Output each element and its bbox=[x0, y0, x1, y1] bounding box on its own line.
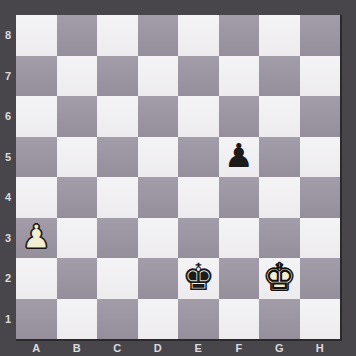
square-e6[interactable] bbox=[178, 96, 219, 137]
square-f4[interactable] bbox=[219, 177, 260, 218]
square-a1[interactable] bbox=[16, 299, 57, 340]
black-pawn[interactable]: ♟ bbox=[224, 139, 254, 172]
square-d7[interactable] bbox=[138, 56, 179, 97]
square-f5[interactable]: ♟ bbox=[219, 137, 260, 178]
square-d8[interactable] bbox=[138, 15, 179, 56]
file-label-b: B bbox=[57, 339, 98, 356]
black-king[interactable]: ♚ bbox=[182, 259, 215, 296]
square-h1[interactable] bbox=[300, 299, 341, 340]
rank-label-4: 4 bbox=[0, 177, 16, 218]
file-label-f: F bbox=[219, 339, 260, 356]
file-label-c: C bbox=[97, 339, 138, 356]
rank-label-1: 1 bbox=[0, 299, 16, 340]
square-e4[interactable] bbox=[178, 177, 219, 218]
square-a8[interactable] bbox=[16, 15, 57, 56]
square-e8[interactable] bbox=[178, 15, 219, 56]
square-f2[interactable] bbox=[219, 258, 260, 299]
square-h5[interactable] bbox=[300, 137, 341, 178]
square-b6[interactable] bbox=[57, 96, 98, 137]
square-c8[interactable] bbox=[97, 15, 138, 56]
square-c6[interactable] bbox=[97, 96, 138, 137]
square-b3[interactable] bbox=[57, 218, 98, 259]
file-label-e: E bbox=[178, 339, 219, 356]
square-g6[interactable] bbox=[259, 96, 300, 137]
square-c2[interactable] bbox=[97, 258, 138, 299]
square-a5[interactable] bbox=[16, 137, 57, 178]
square-d4[interactable] bbox=[138, 177, 179, 218]
file-label-g: G bbox=[259, 339, 300, 356]
square-b5[interactable] bbox=[57, 137, 98, 178]
square-g7[interactable] bbox=[259, 56, 300, 97]
square-h3[interactable] bbox=[300, 218, 341, 259]
square-f8[interactable] bbox=[219, 15, 260, 56]
square-e2[interactable]: ♚ bbox=[178, 258, 219, 299]
square-b4[interactable] bbox=[57, 177, 98, 218]
square-h6[interactable] bbox=[300, 96, 341, 137]
square-e3[interactable] bbox=[178, 218, 219, 259]
rank-label-3: 3 bbox=[0, 218, 16, 259]
square-e7[interactable] bbox=[178, 56, 219, 97]
rank-label-2: 2 bbox=[0, 258, 16, 299]
square-d5[interactable] bbox=[138, 137, 179, 178]
square-g3[interactable] bbox=[259, 218, 300, 259]
square-h4[interactable] bbox=[300, 177, 341, 218]
square-c1[interactable] bbox=[97, 299, 138, 340]
square-g4[interactable] bbox=[259, 177, 300, 218]
square-g1[interactable] bbox=[259, 299, 300, 340]
square-d3[interactable] bbox=[138, 218, 179, 259]
square-e5[interactable] bbox=[178, 137, 219, 178]
chess-board: ♟♟♚♚ bbox=[16, 15, 342, 341]
square-a7[interactable] bbox=[16, 56, 57, 97]
file-label-a: A bbox=[16, 339, 57, 356]
square-f7[interactable] bbox=[219, 56, 260, 97]
white-pawn[interactable]: ♟ bbox=[21, 220, 51, 253]
square-g2[interactable]: ♚ bbox=[259, 258, 300, 299]
square-f3[interactable] bbox=[219, 218, 260, 259]
file-label-h: H bbox=[300, 339, 341, 356]
square-a3[interactable]: ♟ bbox=[16, 218, 57, 259]
square-g8[interactable] bbox=[259, 15, 300, 56]
square-b8[interactable] bbox=[57, 15, 98, 56]
white-king[interactable]: ♚ bbox=[263, 259, 296, 296]
rank-label-8: 8 bbox=[0, 15, 16, 56]
square-b7[interactable] bbox=[57, 56, 98, 97]
square-c5[interactable] bbox=[97, 137, 138, 178]
square-e1[interactable] bbox=[178, 299, 219, 340]
square-a2[interactable] bbox=[16, 258, 57, 299]
chess-board-window: 87654321 ♟♟♚♚ ABCDEFGH bbox=[0, 0, 356, 356]
square-d2[interactable] bbox=[138, 258, 179, 299]
square-g5[interactable] bbox=[259, 137, 300, 178]
square-c3[interactable] bbox=[97, 218, 138, 259]
square-f6[interactable] bbox=[219, 96, 260, 137]
square-d6[interactable] bbox=[138, 96, 179, 137]
rank-labels: 87654321 bbox=[0, 15, 16, 339]
file-label-d: D bbox=[138, 339, 179, 356]
rank-label-7: 7 bbox=[0, 56, 16, 97]
rank-label-5: 5 bbox=[0, 137, 16, 178]
square-h2[interactable] bbox=[300, 258, 341, 299]
square-d1[interactable] bbox=[138, 299, 179, 340]
square-h7[interactable] bbox=[300, 56, 341, 97]
square-a4[interactable] bbox=[16, 177, 57, 218]
square-b1[interactable] bbox=[57, 299, 98, 340]
square-c7[interactable] bbox=[97, 56, 138, 97]
square-a6[interactable] bbox=[16, 96, 57, 137]
square-h8[interactable] bbox=[300, 15, 341, 56]
square-c4[interactable] bbox=[97, 177, 138, 218]
rank-label-6: 6 bbox=[0, 96, 16, 137]
file-labels: ABCDEFGH bbox=[16, 339, 340, 356]
square-b2[interactable] bbox=[57, 258, 98, 299]
square-f1[interactable] bbox=[219, 299, 260, 340]
